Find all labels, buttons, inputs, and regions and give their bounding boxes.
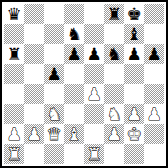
piece-black-king: ♚ [124,4,144,24]
piece-white-pawn: ♟ [124,104,144,124]
piece-black-rook: ♜ [104,4,124,24]
square-g5[interactable] [124,64,144,84]
piece-black-pawn: ♟ [84,44,104,64]
piece-black-pawn: ♟ [44,64,64,84]
piece-white-rook: ♜ [4,144,24,164]
square-c6[interactable] [44,44,64,64]
square-d4[interactable] [64,84,84,104]
square-c7[interactable] [44,24,64,44]
square-g3[interactable]: ♟ [124,104,144,124]
piece-white-pawn: ♟ [104,124,124,144]
square-g1[interactable] [124,144,144,164]
square-f3[interactable]: ♞ [104,104,124,124]
square-h2[interactable] [144,124,164,144]
piece-black-pawn: ♟ [64,44,84,64]
square-g4[interactable] [124,84,144,104]
square-f1[interactable] [104,144,124,164]
square-h8[interactable] [144,4,164,24]
piece-white-pawn: ♟ [144,104,164,124]
square-a6[interactable]: ♜ [4,44,24,64]
square-e4[interactable]: ♟ [84,84,104,104]
square-d8[interactable] [64,4,84,24]
piece-white-pawn: ♟ [24,124,44,144]
square-c8[interactable] [44,4,64,24]
square-b6[interactable] [24,44,44,64]
square-e6[interactable]: ♟ [84,44,104,64]
square-a5[interactable] [4,64,24,84]
square-a2[interactable]: ♟ [4,124,24,144]
square-f7[interactable] [104,24,124,44]
square-a3[interactable] [4,104,24,124]
piece-black-queen: ♛ [4,4,24,24]
piece-black-pawn: ♟ [124,44,144,64]
square-f6[interactable]: ♞ [104,44,124,64]
square-h7[interactable] [144,24,164,44]
square-f4[interactable] [104,84,124,104]
square-g7[interactable]: ♝ [124,24,144,44]
square-h4[interactable] [144,84,164,104]
piece-black-rook: ♜ [4,44,24,64]
square-d5[interactable] [64,64,84,84]
square-a4[interactable] [4,84,24,104]
piece-white-pawn: ♟ [84,84,104,104]
square-c3[interactable]: ♞ [44,104,64,124]
piece-white-king: ♚ [124,124,144,144]
square-e3[interactable] [84,104,104,124]
chess-board: ♛♜♚♞♝♜♟♟♞♟♟♟♟♞♞♟♟♟♟♛♝♟♚♜♜ [4,4,164,164]
square-c5[interactable]: ♟ [44,64,64,84]
square-d6[interactable]: ♟ [64,44,84,64]
square-c2[interactable]: ♛ [44,124,64,144]
square-d7[interactable]: ♞ [64,24,84,44]
square-a7[interactable] [4,24,24,44]
square-h1[interactable] [144,144,164,164]
piece-white-bishop: ♝ [64,124,84,144]
square-g8[interactable]: ♚ [124,4,144,24]
square-e2[interactable] [84,124,104,144]
square-h5[interactable] [144,64,164,84]
board-frame: ♛♜♚♞♝♜♟♟♞♟♟♟♟♞♞♟♟♟♟♛♝♟♚♜♜ [0,0,168,168]
square-b7[interactable] [24,24,44,44]
square-b4[interactable] [24,84,44,104]
square-g6[interactable]: ♟ [124,44,144,64]
piece-black-knight: ♞ [104,44,124,64]
square-b1[interactable] [24,144,44,164]
square-d2[interactable]: ♝ [64,124,84,144]
piece-white-knight: ♞ [44,104,64,124]
square-d3[interactable] [64,104,84,124]
square-f8[interactable]: ♜ [104,4,124,24]
square-b5[interactable] [24,64,44,84]
square-h6[interactable]: ♟ [144,44,164,64]
piece-white-pawn: ♟ [4,124,24,144]
piece-black-pawn: ♟ [144,44,164,64]
square-a1[interactable]: ♜ [4,144,24,164]
square-f5[interactable] [104,64,124,84]
square-c4[interactable] [44,84,64,104]
piece-black-knight: ♞ [64,24,84,44]
square-b2[interactable]: ♟ [24,124,44,144]
square-b8[interactable] [24,4,44,24]
square-e8[interactable] [84,4,104,24]
square-b3[interactable] [24,104,44,124]
square-f2[interactable]: ♟ [104,124,124,144]
square-e1[interactable]: ♜ [84,144,104,164]
piece-white-queen: ♛ [44,124,64,144]
piece-black-bishop: ♝ [124,24,144,44]
square-e7[interactable] [84,24,104,44]
square-a8[interactable]: ♛ [4,4,24,24]
square-g2[interactable]: ♚ [124,124,144,144]
square-d1[interactable] [64,144,84,164]
square-e5[interactable] [84,64,104,84]
square-c1[interactable] [44,144,64,164]
piece-white-rook: ♜ [84,144,104,164]
square-h3[interactable]: ♟ [144,104,164,124]
piece-white-knight: ♞ [104,104,124,124]
